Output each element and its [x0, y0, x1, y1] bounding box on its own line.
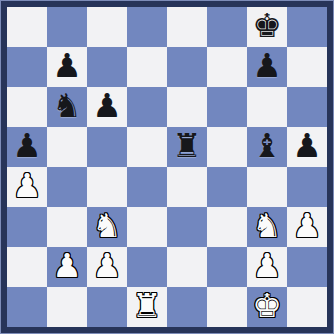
square-b6[interactable]: ♞	[47, 87, 87, 127]
square-f4[interactable]	[207, 167, 247, 207]
square-a7[interactable]	[7, 47, 47, 87]
square-g2[interactable]: ♟	[247, 247, 287, 287]
square-c8[interactable]	[87, 7, 127, 47]
square-c1[interactable]	[87, 287, 127, 327]
square-g3[interactable]: ♞	[247, 207, 287, 247]
square-a5[interactable]: ♟	[7, 127, 47, 167]
square-e1[interactable]	[167, 287, 207, 327]
square-f7[interactable]	[207, 47, 247, 87]
square-f3[interactable]	[207, 207, 247, 247]
black-pawn[interactable]: ♟	[252, 47, 282, 86]
square-b2[interactable]: ♟	[47, 247, 87, 287]
square-h3[interactable]: ♟	[287, 207, 327, 247]
square-a8[interactable]	[7, 7, 47, 47]
square-d3[interactable]	[127, 207, 167, 247]
square-b5[interactable]	[47, 127, 87, 167]
square-g8[interactable]: ♚	[247, 7, 287, 47]
square-d1[interactable]: ♜	[127, 287, 167, 327]
white-knight[interactable]: ♞	[252, 207, 282, 246]
square-g6[interactable]	[247, 87, 287, 127]
square-d2[interactable]	[127, 247, 167, 287]
black-pawn[interactable]: ♟	[12, 127, 42, 166]
black-pawn[interactable]: ♟	[52, 47, 82, 86]
square-d5[interactable]	[127, 127, 167, 167]
square-h6[interactable]	[287, 87, 327, 127]
white-pawn[interactable]: ♟	[92, 247, 122, 286]
square-b3[interactable]	[47, 207, 87, 247]
black-bishop[interactable]: ♝	[252, 127, 282, 166]
chess-board: ♚♟♟♞♟♟♜♝♟♟♞♞♟♟♟♟♜♚	[7, 7, 327, 327]
square-b7[interactable]: ♟	[47, 47, 87, 87]
square-g7[interactable]: ♟	[247, 47, 287, 87]
square-g5[interactable]: ♝	[247, 127, 287, 167]
white-knight[interactable]: ♞	[92, 207, 122, 246]
square-d8[interactable]	[127, 7, 167, 47]
white-pawn[interactable]: ♟	[252, 247, 282, 286]
square-a4[interactable]: ♟	[7, 167, 47, 207]
square-d4[interactable]	[127, 167, 167, 207]
square-c3[interactable]: ♞	[87, 207, 127, 247]
square-f1[interactable]	[207, 287, 247, 327]
square-d7[interactable]	[127, 47, 167, 87]
black-pawn[interactable]: ♟	[292, 127, 322, 166]
square-h2[interactable]	[287, 247, 327, 287]
square-b4[interactable]	[47, 167, 87, 207]
square-d6[interactable]	[127, 87, 167, 127]
white-rook[interactable]: ♜	[132, 287, 162, 326]
square-h5[interactable]: ♟	[287, 127, 327, 167]
square-f8[interactable]	[207, 7, 247, 47]
square-e7[interactable]	[167, 47, 207, 87]
square-a2[interactable]	[7, 247, 47, 287]
square-b8[interactable]	[47, 7, 87, 47]
square-e4[interactable]	[167, 167, 207, 207]
square-a3[interactable]	[7, 207, 47, 247]
board-frame: ♚♟♟♞♟♟♜♝♟♟♞♞♟♟♟♟♜♚	[0, 0, 334, 334]
square-e6[interactable]	[167, 87, 207, 127]
square-h4[interactable]	[287, 167, 327, 207]
square-c6[interactable]: ♟	[87, 87, 127, 127]
white-pawn[interactable]: ♟	[12, 167, 42, 206]
square-c5[interactable]	[87, 127, 127, 167]
square-h7[interactable]	[287, 47, 327, 87]
square-h1[interactable]	[287, 287, 327, 327]
square-b1[interactable]	[47, 287, 87, 327]
square-g1[interactable]: ♚	[247, 287, 287, 327]
white-king[interactable]: ♚	[252, 287, 282, 326]
black-pawn[interactable]: ♟	[92, 87, 122, 126]
square-e8[interactable]	[167, 7, 207, 47]
square-e5[interactable]: ♜	[167, 127, 207, 167]
square-f6[interactable]	[207, 87, 247, 127]
square-a6[interactable]	[7, 87, 47, 127]
black-rook[interactable]: ♜	[172, 127, 202, 166]
square-g4[interactable]	[247, 167, 287, 207]
white-pawn[interactable]: ♟	[52, 247, 82, 286]
square-c2[interactable]: ♟	[87, 247, 127, 287]
white-pawn[interactable]: ♟	[292, 207, 322, 246]
square-c4[interactable]	[87, 167, 127, 207]
black-king[interactable]: ♚	[252, 7, 282, 46]
square-f2[interactable]	[207, 247, 247, 287]
square-e3[interactable]	[167, 207, 207, 247]
square-e2[interactable]	[167, 247, 207, 287]
square-a1[interactable]	[7, 287, 47, 327]
black-knight[interactable]: ♞	[52, 87, 82, 126]
square-f5[interactable]	[207, 127, 247, 167]
square-c7[interactable]	[87, 47, 127, 87]
square-h8[interactable]	[287, 7, 327, 47]
